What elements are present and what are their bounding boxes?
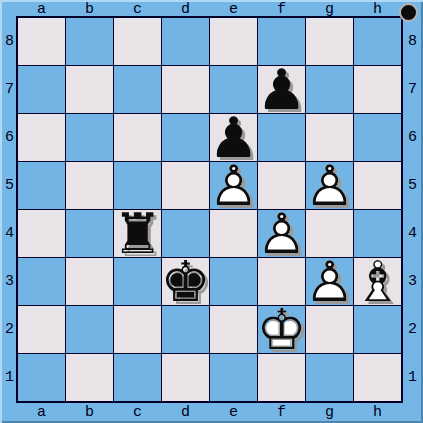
- square-h7[interactable]: [354, 66, 401, 113]
- square-g3[interactable]: ♟♙: [306, 258, 353, 305]
- square-g8[interactable]: [306, 18, 353, 65]
- square-a5[interactable]: [18, 162, 65, 209]
- file-label-c-bottom: c: [114, 404, 161, 421]
- square-e8[interactable]: [210, 18, 257, 65]
- piece-white-bishop[interactable]: ♝♗: [352, 258, 402, 305]
- square-c4[interactable]: ♜: [114, 210, 161, 257]
- piece-outline: ♙: [304, 249, 354, 314]
- square-g5[interactable]: ♟♙: [306, 162, 353, 209]
- square-a3[interactable]: [18, 258, 65, 305]
- square-a2[interactable]: [18, 306, 65, 353]
- black-to-move-indicator-dot: [399, 3, 418, 22]
- square-b5[interactable]: [66, 162, 113, 209]
- piece-outline: ♙: [256, 201, 306, 266]
- square-b2[interactable]: [66, 306, 113, 353]
- piece-outline: ♗: [352, 249, 402, 314]
- piece-white-pawn[interactable]: ♟♙: [208, 162, 258, 209]
- square-f2[interactable]: ♚♔: [258, 306, 305, 353]
- piece-outline: ♙: [304, 153, 354, 218]
- square-b6[interactable]: [66, 114, 113, 161]
- piece-outline: ♙: [208, 153, 258, 218]
- square-d1[interactable]: [162, 354, 209, 401]
- square-b3[interactable]: [66, 258, 113, 305]
- square-c7[interactable]: [114, 66, 161, 113]
- square-d7[interactable]: [162, 66, 209, 113]
- rank-label-4-right: 4: [404, 210, 421, 257]
- rank-label-1-right: 1: [404, 354, 421, 401]
- rank-label-7-right: 7: [404, 66, 421, 113]
- square-b8[interactable]: [66, 18, 113, 65]
- chess-board-frame: ♟♟♟♙♟♙♜♟♙♚♟♙♝♗♚♔ aabbccddeeffgghh8877665…: [0, 0, 423, 423]
- file-label-a-bottom: a: [18, 404, 65, 421]
- square-b7[interactable]: [66, 66, 113, 113]
- square-d3[interactable]: ♚: [162, 258, 209, 305]
- square-e1[interactable]: [210, 354, 257, 401]
- file-label-g-bottom: g: [306, 404, 353, 421]
- square-g1[interactable]: [306, 354, 353, 401]
- square-h8[interactable]: [354, 18, 401, 65]
- square-c1[interactable]: [114, 354, 161, 401]
- square-h6[interactable]: [354, 114, 401, 161]
- square-a8[interactable]: [18, 18, 65, 65]
- square-b1[interactable]: [66, 354, 113, 401]
- square-c2[interactable]: [114, 306, 161, 353]
- piece-black-rook[interactable]: ♜: [112, 210, 162, 257]
- rank-label-6-right: 6: [404, 114, 421, 161]
- square-a4[interactable]: [18, 210, 65, 257]
- piece-white-king[interactable]: ♚♔: [256, 306, 306, 353]
- chess-board: ♟♟♟♙♟♙♜♟♙♚♟♙♝♗♚♔: [16, 16, 403, 403]
- square-c8[interactable]: [114, 18, 161, 65]
- rank-label-3-right: 3: [404, 258, 421, 305]
- square-b4[interactable]: [66, 210, 113, 257]
- square-f4[interactable]: ♟♙: [258, 210, 305, 257]
- square-d8[interactable]: [162, 18, 209, 65]
- rank-label-5-right: 5: [404, 162, 421, 209]
- piece-outline: ♔: [256, 297, 306, 362]
- square-h5[interactable]: [354, 162, 401, 209]
- square-d6[interactable]: [162, 114, 209, 161]
- piece-black-king[interactable]: ♚: [160, 258, 210, 305]
- piece-white-pawn[interactable]: ♟♙: [304, 258, 354, 305]
- file-label-f-bottom: f: [258, 404, 305, 421]
- square-g7[interactable]: [306, 66, 353, 113]
- rank-label-2-right: 2: [404, 306, 421, 353]
- square-f7[interactable]: ♟: [258, 66, 305, 113]
- square-a1[interactable]: [18, 354, 65, 401]
- square-e3[interactable]: [210, 258, 257, 305]
- square-d5[interactable]: [162, 162, 209, 209]
- piece-white-pawn[interactable]: ♟♙: [304, 162, 354, 209]
- file-label-e-bottom: e: [210, 404, 257, 421]
- square-a7[interactable]: [18, 66, 65, 113]
- rank-label-8-right: 8: [404, 18, 421, 65]
- file-label-d-bottom: d: [162, 404, 209, 421]
- square-a6[interactable]: [18, 114, 65, 161]
- file-label-b-bottom: b: [66, 404, 113, 421]
- piece-white-pawn[interactable]: ♟♙: [256, 210, 306, 257]
- square-e5[interactable]: ♟♙: [210, 162, 257, 209]
- file-label-h-bottom: h: [354, 404, 401, 421]
- square-h3[interactable]: ♝♗: [354, 258, 401, 305]
- square-c6[interactable]: [114, 114, 161, 161]
- square-h1[interactable]: [354, 354, 401, 401]
- piece-black-pawn[interactable]: ♟: [256, 66, 306, 113]
- square-e2[interactable]: [210, 306, 257, 353]
